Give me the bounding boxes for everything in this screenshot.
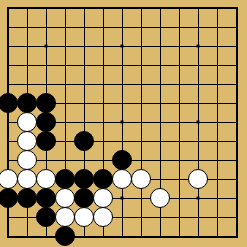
board-point[interactable] <box>132 56 151 75</box>
black-stone <box>74 131 94 151</box>
board-point[interactable] <box>56 18 75 37</box>
board-point[interactable] <box>132 170 151 189</box>
board-point[interactable] <box>132 208 151 227</box>
board-point[interactable] <box>132 132 151 151</box>
board-point[interactable] <box>170 151 189 170</box>
board-point[interactable] <box>189 56 208 75</box>
board-point[interactable] <box>208 56 227 75</box>
board-point[interactable] <box>208 0 227 18</box>
board-point[interactable] <box>189 132 208 151</box>
board-point[interactable] <box>227 227 246 246</box>
black-stone <box>74 188 94 208</box>
board-point[interactable] <box>170 75 189 94</box>
board-point[interactable] <box>75 208 94 227</box>
black-stone <box>0 188 18 208</box>
board-point[interactable] <box>151 56 170 75</box>
board-point[interactable] <box>56 170 75 189</box>
board-point[interactable] <box>56 94 75 113</box>
white-stone <box>0 169 18 189</box>
board-point[interactable] <box>37 227 56 246</box>
board-point[interactable] <box>94 18 113 37</box>
board-point[interactable] <box>56 227 75 246</box>
board-point[interactable] <box>170 113 189 132</box>
black-stone <box>36 112 56 132</box>
board-point[interactable] <box>208 208 227 227</box>
board-point[interactable] <box>94 0 113 18</box>
board-point[interactable] <box>0 227 18 246</box>
board-point[interactable] <box>170 208 189 227</box>
board-point[interactable] <box>151 208 170 227</box>
board-point[interactable] <box>94 227 113 246</box>
star-point[interactable] <box>113 113 132 132</box>
board-point[interactable] <box>113 151 132 170</box>
white-stone <box>150 188 170 208</box>
board-point[interactable] <box>0 113 18 132</box>
board-point[interactable] <box>0 208 18 227</box>
board-point[interactable] <box>18 56 37 75</box>
board-point[interactable] <box>0 18 18 37</box>
board-point[interactable] <box>170 18 189 37</box>
board-point[interactable] <box>208 94 227 113</box>
board-point[interactable] <box>189 151 208 170</box>
board-point[interactable] <box>113 0 132 18</box>
board-point[interactable] <box>0 170 18 189</box>
board-point[interactable] <box>113 56 132 75</box>
board-point[interactable] <box>56 56 75 75</box>
board-point[interactable] <box>0 56 18 75</box>
board-point[interactable] <box>94 56 113 75</box>
board-point[interactable] <box>170 0 189 18</box>
board-point[interactable] <box>94 189 113 208</box>
board-point[interactable] <box>37 151 56 170</box>
star-point[interactable] <box>37 113 56 132</box>
board-point[interactable] <box>75 189 94 208</box>
star-point[interactable] <box>37 189 56 208</box>
white-stone <box>55 207 75 227</box>
board-point[interactable] <box>37 170 56 189</box>
board-point[interactable] <box>132 75 151 94</box>
board-point[interactable] <box>227 94 246 113</box>
board-point[interactable] <box>227 75 246 94</box>
go-board[interactable] <box>0 0 247 247</box>
board-point[interactable] <box>18 94 37 113</box>
white-stone <box>188 169 208 189</box>
board-point[interactable] <box>75 151 94 170</box>
board-point[interactable] <box>227 132 246 151</box>
board-point[interactable] <box>151 113 170 132</box>
board-point[interactable] <box>227 18 246 37</box>
board-point[interactable] <box>151 37 170 56</box>
white-stone <box>36 169 56 189</box>
board-point[interactable] <box>37 56 56 75</box>
board-point[interactable] <box>151 94 170 113</box>
board-point[interactable] <box>132 227 151 246</box>
star-point[interactable] <box>189 189 208 208</box>
board-point[interactable] <box>56 151 75 170</box>
board-point[interactable] <box>132 94 151 113</box>
star-point[interactable] <box>189 37 208 56</box>
board-point[interactable] <box>208 75 227 94</box>
board-point[interactable] <box>227 113 246 132</box>
white-stone <box>112 169 132 189</box>
board-point[interactable] <box>75 170 94 189</box>
white-stone <box>17 169 37 189</box>
board-point[interactable] <box>94 37 113 56</box>
board-point[interactable] <box>132 18 151 37</box>
board-point[interactable] <box>208 189 227 208</box>
board-point[interactable] <box>113 227 132 246</box>
board-point[interactable] <box>75 94 94 113</box>
board-point[interactable] <box>208 37 227 56</box>
board-point[interactable] <box>189 170 208 189</box>
board-point[interactable] <box>113 18 132 37</box>
board-point[interactable] <box>227 189 246 208</box>
board-point[interactable] <box>75 0 94 18</box>
board-point[interactable] <box>56 113 75 132</box>
white-stone <box>74 207 94 227</box>
board-point[interactable] <box>75 56 94 75</box>
board-point[interactable] <box>170 94 189 113</box>
board-point[interactable] <box>189 227 208 246</box>
board-point[interactable] <box>132 0 151 18</box>
star-point[interactable] <box>37 37 56 56</box>
board-point[interactable] <box>208 113 227 132</box>
board-point[interactable] <box>56 132 75 151</box>
board-point[interactable] <box>0 37 18 56</box>
board-point[interactable] <box>75 18 94 37</box>
board-point[interactable] <box>132 113 151 132</box>
black-stone <box>55 226 75 246</box>
board-point[interactable] <box>227 56 246 75</box>
board-point[interactable] <box>37 94 56 113</box>
black-stone <box>36 93 56 113</box>
board-point[interactable] <box>208 18 227 37</box>
board-point[interactable] <box>189 208 208 227</box>
board-point[interactable] <box>94 132 113 151</box>
board-point[interactable] <box>56 189 75 208</box>
board-point[interactable] <box>132 189 151 208</box>
board-point[interactable] <box>189 75 208 94</box>
board-point[interactable] <box>18 18 37 37</box>
board-point[interactable] <box>75 227 94 246</box>
board-point[interactable] <box>37 132 56 151</box>
board-point[interactable] <box>94 113 113 132</box>
board-point[interactable] <box>151 0 170 18</box>
black-stone <box>17 93 37 113</box>
board-point[interactable] <box>113 75 132 94</box>
board-point[interactable] <box>151 75 170 94</box>
white-stone <box>17 131 37 151</box>
board-point[interactable] <box>189 0 208 18</box>
white-stone <box>93 207 113 227</box>
board-point[interactable] <box>18 208 37 227</box>
board-point[interactable] <box>208 132 227 151</box>
board-point[interactable] <box>0 94 18 113</box>
board-point[interactable] <box>94 151 113 170</box>
board-point[interactable] <box>56 75 75 94</box>
board-point[interactable] <box>18 151 37 170</box>
board-point[interactable] <box>94 208 113 227</box>
board-point[interactable] <box>37 18 56 37</box>
board-point[interactable] <box>18 37 37 56</box>
board-point[interactable] <box>0 151 18 170</box>
board-point[interactable] <box>227 151 246 170</box>
black-stone <box>17 188 37 208</box>
board-point[interactable] <box>227 208 246 227</box>
board-point[interactable] <box>75 113 94 132</box>
board-point[interactable] <box>151 170 170 189</box>
board-point[interactable] <box>208 170 227 189</box>
board-point[interactable] <box>56 0 75 18</box>
board-point[interactable] <box>37 208 56 227</box>
white-stone <box>17 150 37 170</box>
board-point[interactable] <box>18 75 37 94</box>
board-point[interactable] <box>170 189 189 208</box>
board-point[interactable] <box>75 132 94 151</box>
board-point[interactable] <box>170 170 189 189</box>
go-board-diagram <box>0 0 247 247</box>
board-point[interactable] <box>18 132 37 151</box>
white-stone <box>131 169 151 189</box>
board-point[interactable] <box>151 18 170 37</box>
board-point[interactable] <box>227 170 246 189</box>
board-point[interactable] <box>113 94 132 113</box>
board-point[interactable] <box>94 75 113 94</box>
board-point[interactable] <box>170 132 189 151</box>
white-stone <box>17 112 37 132</box>
board-point[interactable] <box>113 170 132 189</box>
board-point[interactable] <box>113 208 132 227</box>
board-point[interactable] <box>18 113 37 132</box>
black-stone <box>74 169 94 189</box>
board-point[interactable] <box>0 0 18 18</box>
board-point[interactable] <box>0 132 18 151</box>
board-point[interactable] <box>208 227 227 246</box>
board-point[interactable] <box>0 189 18 208</box>
star-point[interactable] <box>113 37 132 56</box>
board-point[interactable] <box>151 151 170 170</box>
board-point[interactable] <box>151 132 170 151</box>
board-point[interactable] <box>56 37 75 56</box>
board-point[interactable] <box>94 170 113 189</box>
star-point[interactable] <box>113 189 132 208</box>
black-stone <box>36 207 56 227</box>
board-point[interactable] <box>151 227 170 246</box>
board-point[interactable] <box>208 151 227 170</box>
board-point[interactable] <box>189 18 208 37</box>
board-point[interactable] <box>37 0 56 18</box>
star-point[interactable] <box>189 113 208 132</box>
board-point[interactable] <box>37 75 56 94</box>
board-point[interactable] <box>75 37 94 56</box>
board-point[interactable] <box>18 170 37 189</box>
points-grid <box>0 0 246 246</box>
board-point[interactable] <box>94 94 113 113</box>
board-point[interactable] <box>56 208 75 227</box>
board-point[interactable] <box>170 227 189 246</box>
board-point[interactable] <box>170 56 189 75</box>
black-stone <box>0 93 18 113</box>
board-point[interactable] <box>18 189 37 208</box>
board-point[interactable] <box>151 189 170 208</box>
black-stone <box>36 188 56 208</box>
white-stone <box>55 188 75 208</box>
board-point[interactable] <box>132 151 151 170</box>
white-stone <box>93 188 113 208</box>
board-point[interactable] <box>18 0 37 18</box>
board-point[interactable] <box>18 227 37 246</box>
black-stone <box>55 169 75 189</box>
black-stone <box>93 169 113 189</box>
board-point[interactable] <box>113 132 132 151</box>
board-point[interactable] <box>0 75 18 94</box>
board-point[interactable] <box>170 37 189 56</box>
board-point[interactable] <box>132 37 151 56</box>
black-stone <box>112 150 132 170</box>
black-stone <box>36 131 56 151</box>
board-point[interactable] <box>227 37 246 56</box>
board-point[interactable] <box>189 94 208 113</box>
board-point[interactable] <box>227 0 246 18</box>
board-point[interactable] <box>75 75 94 94</box>
